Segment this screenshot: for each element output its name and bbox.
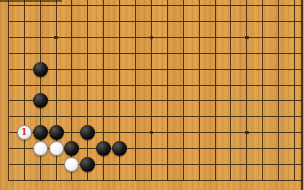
grid-vline — [262, 0, 263, 181]
white-stone — [49, 141, 64, 156]
black-stone — [80, 157, 95, 172]
grid-vline — [8, 0, 9, 181]
grid-hline — [8, 69, 303, 70]
grid-hline — [8, 100, 303, 101]
go-board: 1 — [0, 0, 304, 190]
grid-vline — [24, 0, 25, 181]
grid-hline — [8, 164, 303, 165]
grid-vline — [151, 0, 152, 181]
star-point — [150, 36, 154, 40]
white-stone — [33, 141, 48, 156]
grid-vline — [294, 0, 295, 181]
grid-vline — [246, 0, 247, 181]
star-point — [245, 36, 249, 40]
screenshot-frame: 1 — [0, 0, 304, 190]
frame-edge-artifact — [0, 0, 62, 2]
black-stone — [112, 141, 127, 156]
grid-vline — [87, 0, 88, 181]
black-stone — [96, 141, 111, 156]
move-number-label: 1 — [21, 125, 27, 140]
grid-hline — [8, 21, 303, 22]
grid-hline — [8, 180, 303, 181]
star-point — [150, 131, 154, 135]
grid-hline — [8, 37, 303, 38]
board-edge-line — [301, 0, 303, 190]
black-stone — [33, 93, 48, 108]
white-stone — [64, 157, 79, 172]
grid-hline — [8, 116, 303, 117]
white-stone-move-1: 1 — [17, 125, 32, 140]
grid-vline — [199, 0, 200, 181]
grid-vline — [183, 0, 184, 181]
grid-vline — [278, 0, 279, 181]
black-stone — [80, 125, 95, 140]
grid-vline — [215, 0, 216, 181]
grid-vline — [135, 0, 136, 181]
grid-vline — [167, 0, 168, 181]
black-stone — [64, 141, 79, 156]
grid-hline — [8, 53, 303, 54]
star-point — [245, 131, 249, 135]
black-stone — [49, 125, 64, 140]
grid-hline — [8, 5, 303, 6]
black-stone — [33, 62, 48, 77]
grid-vline — [230, 0, 231, 181]
grid-hline — [8, 85, 303, 86]
star-point — [54, 36, 58, 40]
black-stone — [33, 125, 48, 140]
